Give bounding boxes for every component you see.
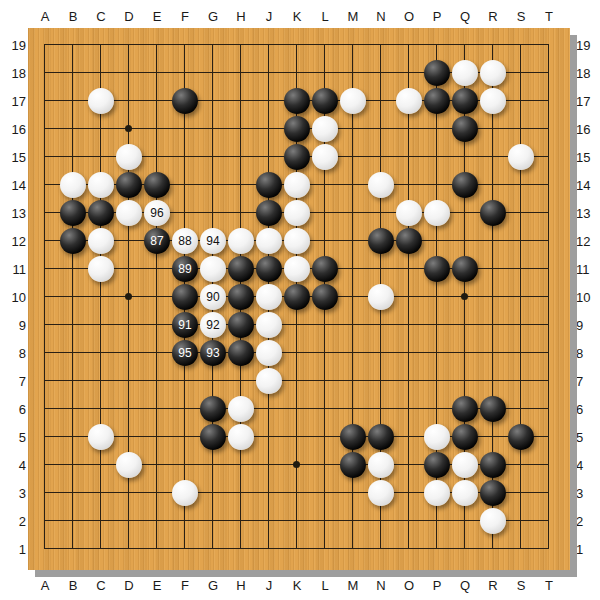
black-stone[interactable] (424, 60, 450, 86)
intersection[interactable] (339, 507, 367, 535)
intersection[interactable] (339, 451, 367, 479)
intersection[interactable] (479, 59, 507, 87)
intersection[interactable] (255, 479, 283, 507)
intersection[interactable] (339, 143, 367, 171)
intersection[interactable] (367, 339, 395, 367)
intersection[interactable] (367, 255, 395, 283)
black-stone[interactable] (172, 88, 198, 114)
intersection[interactable] (507, 115, 535, 143)
black-stone[interactable] (424, 256, 450, 282)
intersection[interactable] (87, 283, 115, 311)
intersection[interactable] (423, 115, 451, 143)
intersection[interactable] (283, 311, 311, 339)
intersection[interactable] (535, 339, 563, 367)
intersection[interactable] (87, 59, 115, 87)
intersection[interactable] (171, 535, 199, 563)
intersection[interactable] (115, 59, 143, 87)
intersection[interactable]: 91 (171, 311, 199, 339)
intersection[interactable] (283, 171, 311, 199)
intersection[interactable] (59, 339, 87, 367)
white-stone[interactable] (508, 144, 534, 170)
white-stone[interactable] (368, 480, 394, 506)
intersection[interactable] (535, 143, 563, 171)
intersection[interactable] (199, 115, 227, 143)
intersection[interactable] (143, 87, 171, 115)
intersection[interactable] (311, 367, 339, 395)
intersection[interactable] (87, 311, 115, 339)
intersection[interactable] (59, 31, 87, 59)
intersection[interactable] (507, 311, 535, 339)
intersection[interactable] (87, 227, 115, 255)
intersection[interactable] (535, 87, 563, 115)
black-stone[interactable] (452, 172, 478, 198)
intersection[interactable] (535, 171, 563, 199)
white-stone[interactable] (424, 480, 450, 506)
black-stone[interactable]: 89 (172, 256, 198, 282)
intersection[interactable] (31, 59, 59, 87)
intersection[interactable] (31, 339, 59, 367)
intersection[interactable] (171, 171, 199, 199)
black-stone[interactable] (284, 88, 310, 114)
intersection[interactable] (479, 479, 507, 507)
intersection[interactable] (143, 395, 171, 423)
intersection[interactable] (59, 115, 87, 143)
intersection[interactable] (143, 255, 171, 283)
intersection[interactable]: 92 (199, 311, 227, 339)
intersection[interactable] (367, 171, 395, 199)
intersection[interactable] (507, 87, 535, 115)
intersection[interactable] (87, 87, 115, 115)
intersection[interactable] (507, 143, 535, 171)
white-stone[interactable] (88, 228, 114, 254)
intersection[interactable] (31, 395, 59, 423)
intersection[interactable] (451, 199, 479, 227)
intersection[interactable] (451, 283, 479, 311)
intersection[interactable]: 90 (199, 283, 227, 311)
intersection[interactable] (311, 59, 339, 87)
intersection[interactable] (311, 451, 339, 479)
intersection[interactable] (199, 171, 227, 199)
intersection[interactable] (339, 171, 367, 199)
black-stone[interactable] (340, 452, 366, 478)
intersection[interactable] (479, 255, 507, 283)
black-stone[interactable] (452, 116, 478, 142)
intersection[interactable] (367, 479, 395, 507)
intersection[interactable] (339, 31, 367, 59)
intersection[interactable] (59, 507, 87, 535)
intersection[interactable] (451, 255, 479, 283)
intersection[interactable] (423, 283, 451, 311)
intersection[interactable] (171, 367, 199, 395)
intersection[interactable] (479, 87, 507, 115)
intersection[interactable]: 89 (171, 255, 199, 283)
black-stone[interactable] (312, 88, 338, 114)
intersection[interactable] (479, 367, 507, 395)
intersection[interactable] (451, 31, 479, 59)
intersection[interactable] (283, 255, 311, 283)
intersection[interactable] (59, 59, 87, 87)
intersection[interactable] (339, 87, 367, 115)
white-stone[interactable] (480, 508, 506, 534)
black-stone[interactable] (508, 424, 534, 450)
intersection[interactable] (59, 451, 87, 479)
intersection[interactable] (31, 423, 59, 451)
intersection[interactable] (255, 31, 283, 59)
intersection[interactable] (171, 507, 199, 535)
intersection[interactable] (283, 395, 311, 423)
black-stone[interactable] (284, 144, 310, 170)
black-stone[interactable] (452, 396, 478, 422)
intersection[interactable] (171, 59, 199, 87)
intersection[interactable] (367, 115, 395, 143)
intersection[interactable] (199, 367, 227, 395)
intersection[interactable] (367, 59, 395, 87)
intersection[interactable] (255, 115, 283, 143)
intersection[interactable] (227, 479, 255, 507)
black-stone[interactable] (480, 396, 506, 422)
white-stone[interactable] (88, 256, 114, 282)
intersection[interactable] (227, 535, 255, 563)
white-stone[interactable] (172, 480, 198, 506)
intersection[interactable] (451, 143, 479, 171)
intersection[interactable] (171, 31, 199, 59)
intersection[interactable] (87, 535, 115, 563)
intersection[interactable] (451, 535, 479, 563)
intersection[interactable] (199, 59, 227, 87)
white-stone[interactable] (116, 452, 142, 478)
white-stone[interactable] (256, 368, 282, 394)
intersection[interactable] (143, 535, 171, 563)
white-stone[interactable] (256, 228, 282, 254)
intersection[interactable] (535, 227, 563, 255)
intersection[interactable] (451, 479, 479, 507)
black-stone[interactable] (60, 200, 86, 226)
intersection[interactable] (143, 171, 171, 199)
intersection[interactable] (507, 59, 535, 87)
white-stone[interactable] (340, 88, 366, 114)
white-stone[interactable] (368, 172, 394, 198)
white-stone[interactable] (88, 88, 114, 114)
intersection[interactable] (199, 395, 227, 423)
intersection[interactable] (227, 59, 255, 87)
intersection[interactable] (31, 171, 59, 199)
black-stone[interactable] (340, 424, 366, 450)
intersection[interactable] (171, 199, 199, 227)
intersection[interactable] (283, 115, 311, 143)
intersection[interactable] (171, 451, 199, 479)
intersection[interactable] (227, 171, 255, 199)
intersection[interactable] (367, 227, 395, 255)
intersection[interactable] (311, 115, 339, 143)
intersection[interactable] (395, 283, 423, 311)
intersection[interactable] (507, 171, 535, 199)
intersection[interactable] (395, 87, 423, 115)
white-stone[interactable] (424, 424, 450, 450)
intersection[interactable] (255, 451, 283, 479)
intersection[interactable] (143, 423, 171, 451)
intersection[interactable] (395, 227, 423, 255)
intersection[interactable] (227, 367, 255, 395)
intersection[interactable] (115, 255, 143, 283)
intersection[interactable] (311, 199, 339, 227)
black-stone[interactable] (172, 284, 198, 310)
white-stone[interactable] (228, 424, 254, 450)
white-stone[interactable]: 96 (144, 200, 170, 226)
intersection[interactable] (479, 199, 507, 227)
black-stone[interactable] (452, 256, 478, 282)
intersection[interactable] (423, 59, 451, 87)
intersection[interactable] (423, 227, 451, 255)
intersection[interactable] (255, 227, 283, 255)
intersection[interactable] (115, 507, 143, 535)
white-stone[interactable] (480, 60, 506, 86)
intersection[interactable] (451, 87, 479, 115)
intersection[interactable] (255, 507, 283, 535)
intersection[interactable] (283, 535, 311, 563)
intersection[interactable] (395, 451, 423, 479)
intersection[interactable] (87, 115, 115, 143)
intersection[interactable] (395, 59, 423, 87)
intersection[interactable] (171, 115, 199, 143)
intersection[interactable] (423, 479, 451, 507)
intersection[interactable] (199, 87, 227, 115)
intersection[interactable] (423, 507, 451, 535)
intersection[interactable] (339, 255, 367, 283)
intersection[interactable] (59, 227, 87, 255)
intersection[interactable] (31, 87, 59, 115)
intersection[interactable] (59, 283, 87, 311)
intersection[interactable]: 95 (171, 339, 199, 367)
intersection[interactable] (395, 423, 423, 451)
intersection[interactable] (479, 143, 507, 171)
black-stone[interactable] (452, 88, 478, 114)
white-stone[interactable]: 94 (200, 228, 226, 254)
intersection[interactable] (227, 395, 255, 423)
black-stone[interactable] (116, 172, 142, 198)
intersection[interactable] (283, 367, 311, 395)
intersection[interactable] (339, 339, 367, 367)
intersection[interactable] (59, 143, 87, 171)
white-stone[interactable] (116, 144, 142, 170)
intersection[interactable] (395, 255, 423, 283)
intersection[interactable] (143, 115, 171, 143)
intersection[interactable] (283, 339, 311, 367)
intersection[interactable] (255, 367, 283, 395)
black-stone[interactable] (480, 452, 506, 478)
intersection[interactable] (115, 451, 143, 479)
intersection[interactable] (423, 31, 451, 59)
intersection[interactable] (339, 395, 367, 423)
intersection[interactable] (31, 367, 59, 395)
intersection[interactable] (199, 535, 227, 563)
intersection[interactable] (199, 199, 227, 227)
black-stone[interactable] (424, 452, 450, 478)
intersection[interactable] (535, 423, 563, 451)
intersection[interactable]: 87 (143, 227, 171, 255)
intersection[interactable] (143, 143, 171, 171)
intersection[interactable] (367, 311, 395, 339)
intersection[interactable] (535, 115, 563, 143)
intersection[interactable] (199, 255, 227, 283)
intersection[interactable] (311, 87, 339, 115)
intersection[interactable] (395, 115, 423, 143)
intersection[interactable] (143, 339, 171, 367)
intersection[interactable] (507, 227, 535, 255)
intersection[interactable] (255, 87, 283, 115)
intersection[interactable] (115, 479, 143, 507)
intersection[interactable] (423, 255, 451, 283)
intersection[interactable] (479, 115, 507, 143)
intersection[interactable] (507, 479, 535, 507)
intersection[interactable] (115, 535, 143, 563)
intersection[interactable] (423, 87, 451, 115)
intersection[interactable] (115, 395, 143, 423)
white-stone[interactable] (256, 340, 282, 366)
intersection[interactable] (339, 227, 367, 255)
intersection[interactable] (395, 395, 423, 423)
intersection[interactable] (367, 31, 395, 59)
intersection[interactable] (87, 143, 115, 171)
intersection[interactable] (451, 115, 479, 143)
white-stone[interactable] (452, 480, 478, 506)
intersection[interactable] (423, 199, 451, 227)
black-stone[interactable] (312, 256, 338, 282)
intersection[interactable] (171, 479, 199, 507)
white-stone[interactable] (228, 396, 254, 422)
intersection[interactable] (31, 143, 59, 171)
intersection[interactable] (283, 87, 311, 115)
black-stone[interactable] (424, 88, 450, 114)
intersection[interactable] (115, 171, 143, 199)
intersection[interactable] (59, 87, 87, 115)
intersection[interactable] (115, 367, 143, 395)
intersection[interactable] (535, 59, 563, 87)
intersection[interactable] (115, 87, 143, 115)
intersection[interactable] (339, 367, 367, 395)
intersection[interactable] (87, 171, 115, 199)
intersection[interactable] (255, 423, 283, 451)
intersection[interactable] (283, 451, 311, 479)
intersection[interactable] (227, 87, 255, 115)
intersection[interactable] (143, 59, 171, 87)
intersection[interactable] (143, 311, 171, 339)
intersection[interactable] (479, 171, 507, 199)
intersection[interactable] (227, 507, 255, 535)
intersection[interactable] (367, 87, 395, 115)
white-stone[interactable] (368, 284, 394, 310)
intersection[interactable] (423, 143, 451, 171)
intersection[interactable] (31, 199, 59, 227)
intersection[interactable] (87, 451, 115, 479)
intersection[interactable] (311, 171, 339, 199)
intersection[interactable] (367, 143, 395, 171)
intersection[interactable] (423, 171, 451, 199)
intersection[interactable] (535, 311, 563, 339)
black-stone[interactable] (368, 424, 394, 450)
intersection[interactable]: 96 (143, 199, 171, 227)
intersection[interactable] (171, 283, 199, 311)
intersection[interactable] (115, 339, 143, 367)
intersection[interactable] (171, 395, 199, 423)
intersection[interactable] (395, 143, 423, 171)
white-stone[interactable] (396, 200, 422, 226)
black-stone[interactable] (228, 340, 254, 366)
white-stone[interactable]: 88 (172, 228, 198, 254)
intersection[interactable] (31, 283, 59, 311)
intersection[interactable] (535, 31, 563, 59)
intersection[interactable] (479, 423, 507, 451)
intersection[interactable] (367, 367, 395, 395)
intersection[interactable] (535, 199, 563, 227)
intersection[interactable] (255, 339, 283, 367)
intersection[interactable] (59, 535, 87, 563)
white-stone[interactable] (480, 88, 506, 114)
intersection[interactable] (507, 451, 535, 479)
intersection[interactable] (395, 507, 423, 535)
intersection[interactable] (255, 283, 283, 311)
intersection[interactable] (451, 367, 479, 395)
intersection[interactable] (367, 199, 395, 227)
intersection[interactable] (479, 507, 507, 535)
intersection[interactable] (535, 451, 563, 479)
intersection[interactable] (339, 59, 367, 87)
white-stone[interactable] (284, 200, 310, 226)
intersection[interactable] (451, 507, 479, 535)
intersection[interactable] (339, 199, 367, 227)
black-stone[interactable]: 91 (172, 312, 198, 338)
black-stone[interactable] (256, 200, 282, 226)
intersection[interactable] (255, 255, 283, 283)
intersection[interactable] (451, 311, 479, 339)
intersection[interactable] (143, 479, 171, 507)
white-stone[interactable] (256, 284, 282, 310)
intersection[interactable] (227, 31, 255, 59)
intersection[interactable] (143, 507, 171, 535)
intersection[interactable] (199, 423, 227, 451)
intersection[interactable] (535, 535, 563, 563)
intersection[interactable] (143, 367, 171, 395)
intersection[interactable] (31, 115, 59, 143)
intersection[interactable] (199, 451, 227, 479)
intersection[interactable] (87, 423, 115, 451)
intersection[interactable] (479, 451, 507, 479)
intersection[interactable] (255, 143, 283, 171)
intersection[interactable] (255, 535, 283, 563)
intersection[interactable] (311, 143, 339, 171)
intersection[interactable] (87, 255, 115, 283)
intersection[interactable] (451, 171, 479, 199)
black-stone[interactable] (284, 284, 310, 310)
intersection[interactable] (339, 283, 367, 311)
intersection[interactable] (479, 339, 507, 367)
intersection[interactable] (367, 451, 395, 479)
intersection[interactable] (451, 59, 479, 87)
white-stone[interactable] (284, 228, 310, 254)
intersection[interactable] (255, 171, 283, 199)
intersection[interactable] (115, 227, 143, 255)
intersection[interactable] (227, 199, 255, 227)
intersection[interactable] (367, 395, 395, 423)
black-stone[interactable] (452, 424, 478, 450)
intersection[interactable] (227, 339, 255, 367)
intersection[interactable] (115, 31, 143, 59)
intersection[interactable] (283, 423, 311, 451)
intersection[interactable] (199, 143, 227, 171)
intersection[interactable] (367, 507, 395, 535)
intersection[interactable] (507, 423, 535, 451)
intersection[interactable] (507, 31, 535, 59)
white-stone[interactable] (284, 172, 310, 198)
